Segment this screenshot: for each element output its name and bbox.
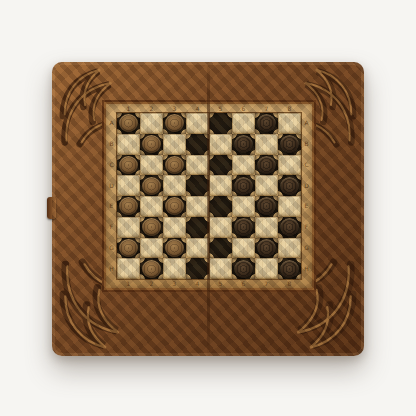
coordinate-label: C (304, 162, 308, 168)
coordinate-label: B (109, 141, 113, 147)
checker-brown[interactable] (165, 114, 184, 132)
coordinate-label: 3 (163, 281, 186, 287)
square-H5[interactable] (209, 258, 232, 279)
checker-dark[interactable] (257, 197, 276, 215)
square-D2[interactable] (140, 175, 163, 196)
square-F7[interactable] (255, 217, 278, 238)
square-F5[interactable] (209, 217, 232, 238)
checker-dark[interactable] (257, 156, 276, 174)
square-B1[interactable] (117, 134, 140, 155)
square-G5[interactable] (209, 238, 232, 259)
square-G1[interactable] (117, 238, 140, 259)
square-G6[interactable] (232, 238, 255, 259)
square-E8[interactable] (278, 196, 301, 217)
box-latch (47, 197, 56, 219)
square-G3[interactable] (163, 238, 186, 259)
square-B8[interactable] (278, 134, 301, 155)
square-A3[interactable] (163, 113, 186, 134)
square-F4[interactable] (186, 217, 209, 238)
square-E3[interactable] (163, 196, 186, 217)
square-D6[interactable] (232, 175, 255, 196)
coordinate-label: 4 (186, 106, 209, 112)
coordinate-label: B (304, 141, 308, 147)
coordinate-label: F (305, 224, 308, 230)
coordinate-label: A (304, 120, 308, 126)
square-B7[interactable] (255, 134, 278, 155)
square-G4[interactable] (186, 238, 209, 259)
checker-brown[interactable] (119, 197, 138, 215)
coordinate-label: F (110, 224, 113, 230)
square-A8[interactable] (278, 113, 301, 134)
square-C7[interactable] (255, 155, 278, 176)
checker-brown[interactable] (142, 177, 161, 195)
checker-dark[interactable] (257, 239, 276, 257)
square-H6[interactable] (232, 258, 255, 279)
coordinate-label: 7 (255, 106, 278, 112)
coordinate-label: 5 (209, 106, 232, 112)
square-C3[interactable] (163, 155, 186, 176)
square-G8[interactable] (278, 238, 301, 259)
checker-brown[interactable] (165, 197, 184, 215)
square-A7[interactable] (255, 113, 278, 134)
coordinate-label: 6 (232, 281, 255, 287)
square-E7[interactable] (255, 196, 278, 217)
coordinate-label: 2 (140, 281, 163, 287)
square-E2[interactable] (140, 196, 163, 217)
square-H4[interactable] (186, 258, 209, 279)
coordinate-label: 1 (117, 106, 140, 112)
square-A5[interactable] (209, 113, 232, 134)
coordinate-label: 8 (278, 106, 301, 112)
square-B4[interactable] (186, 134, 209, 155)
square-C1[interactable] (117, 155, 140, 176)
square-E4[interactable] (186, 196, 209, 217)
checker-dark[interactable] (280, 135, 299, 153)
square-E5[interactable] (209, 196, 232, 217)
coordinate-label: 1 (117, 281, 140, 287)
checker-dark[interactable] (234, 218, 253, 236)
square-B5[interactable] (209, 134, 232, 155)
square-A4[interactable] (186, 113, 209, 134)
checker-brown[interactable] (119, 114, 138, 132)
square-A6[interactable] (232, 113, 255, 134)
square-D7[interactable] (255, 175, 278, 196)
square-H1[interactable] (117, 258, 140, 279)
checker-dark[interactable] (234, 177, 253, 195)
square-B3[interactable] (163, 134, 186, 155)
coordinate-label: 6 (232, 106, 255, 112)
checker-dark[interactable] (280, 218, 299, 236)
carved-wooden-frame: 12345678 12345678 ABCDEFGH ABCDEFGH (52, 62, 364, 356)
coordinate-label: 7 (255, 281, 278, 287)
checker-brown[interactable] (165, 239, 184, 257)
checker-brown[interactable] (142, 218, 161, 236)
square-H2[interactable] (140, 258, 163, 279)
photo-scene: 12345678 12345678 ABCDEFGH ABCDEFGH (0, 0, 416, 416)
checker-brown[interactable] (119, 239, 138, 257)
square-D8[interactable] (278, 175, 301, 196)
coordinate-label: 4 (186, 281, 209, 287)
square-D5[interactable] (209, 175, 232, 196)
square-H8[interactable] (278, 258, 301, 279)
checker-dark[interactable] (280, 260, 299, 278)
square-C4[interactable] (186, 155, 209, 176)
square-F8[interactable] (278, 217, 301, 238)
coordinate-label: E (110, 203, 114, 209)
coordinate-label: H (109, 266, 114, 272)
checker-dark[interactable] (280, 177, 299, 195)
square-A2[interactable] (140, 113, 163, 134)
square-E1[interactable] (117, 196, 140, 217)
square-C2[interactable] (140, 155, 163, 176)
square-F1[interactable] (117, 217, 140, 238)
square-B2[interactable] (140, 134, 163, 155)
coordinate-label: E (305, 203, 309, 209)
checker-brown[interactable] (165, 156, 184, 174)
square-C8[interactable] (278, 155, 301, 176)
coordinate-label: 5 (209, 281, 232, 287)
square-D3[interactable] (163, 175, 186, 196)
square-C6[interactable] (232, 155, 255, 176)
square-B6[interactable] (232, 134, 255, 155)
checker-dark[interactable] (257, 114, 276, 132)
coordinate-label: D (304, 183, 309, 189)
square-F6[interactable] (232, 217, 255, 238)
coordinate-label: D (109, 183, 114, 189)
checker-dark[interactable] (234, 260, 253, 278)
coordinate-label: H (304, 266, 309, 272)
square-A1[interactable] (117, 113, 140, 134)
coordinate-label: A (109, 120, 113, 126)
coordinate-label: G (109, 245, 114, 251)
coordinate-label: 8 (278, 281, 301, 287)
frame-hinge-seam (207, 62, 210, 356)
square-F2[interactable] (140, 217, 163, 238)
square-E6[interactable] (232, 196, 255, 217)
coordinate-label: 3 (163, 106, 186, 112)
square-G2[interactable] (140, 238, 163, 259)
coordinate-label: C (109, 162, 113, 168)
coords-right: ABCDEFGH (301, 113, 312, 279)
square-H3[interactable] (163, 258, 186, 279)
square-F3[interactable] (163, 217, 186, 238)
coords-left: ABCDEFGH (106, 113, 117, 279)
square-D4[interactable] (186, 175, 209, 196)
checker-brown[interactable] (142, 135, 161, 153)
checker-brown[interactable] (119, 156, 138, 174)
square-H7[interactable] (255, 258, 278, 279)
square-G7[interactable] (255, 238, 278, 259)
coordinate-label: 2 (140, 106, 163, 112)
checker-dark[interactable] (234, 135, 253, 153)
coordinate-label: G (304, 245, 309, 251)
checker-brown[interactable] (142, 260, 161, 278)
square-D1[interactable] (117, 175, 140, 196)
square-C5[interactable] (209, 155, 232, 176)
